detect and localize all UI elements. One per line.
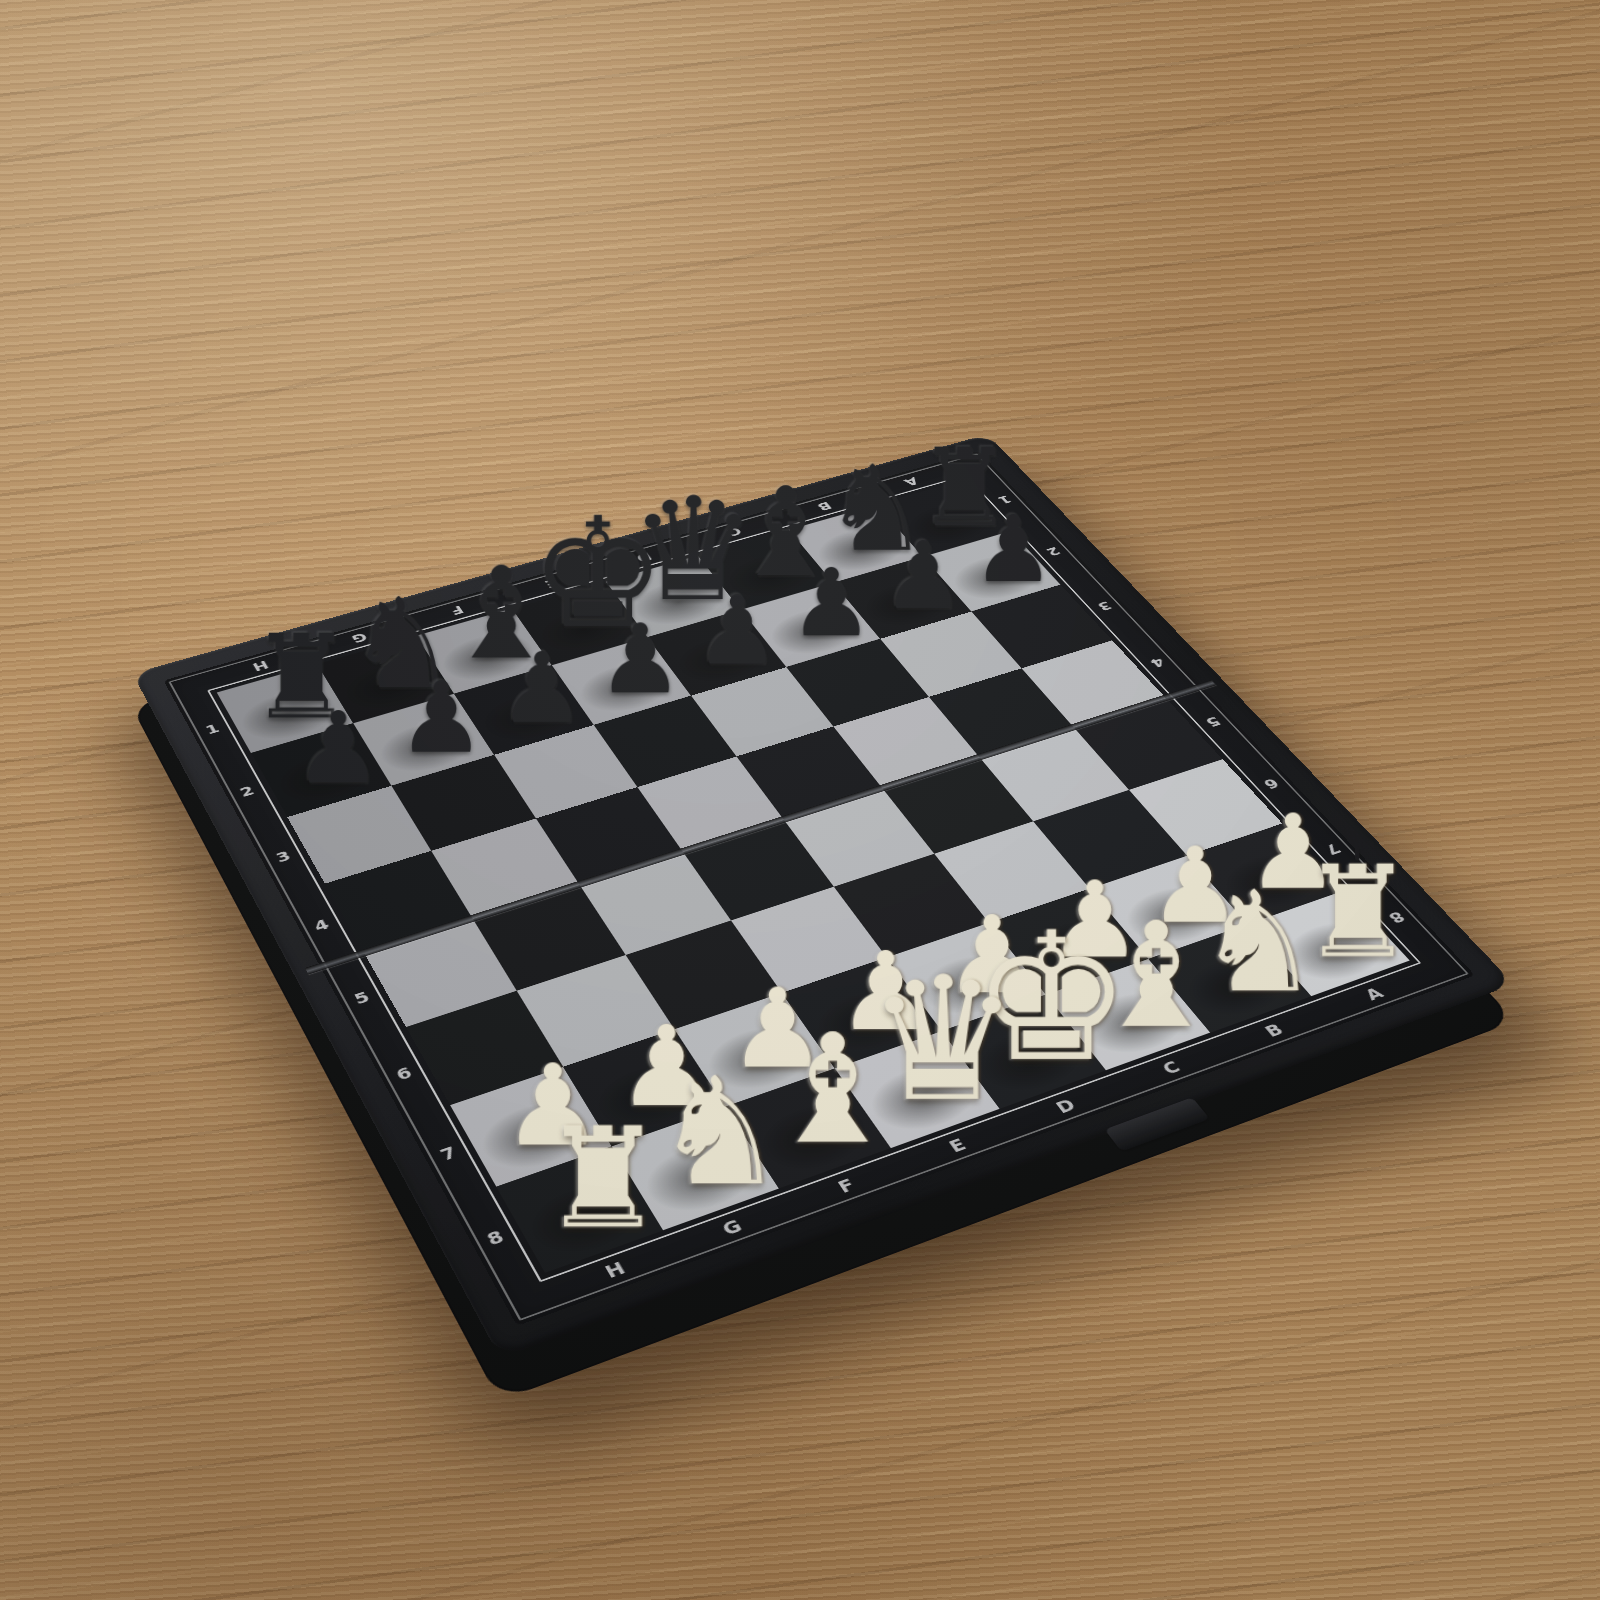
rank-label-3: 3	[253, 820, 315, 895]
black-pawn-E2[interactable]: ♟	[598, 612, 684, 708]
black-pawn-H2[interactable]: ♟	[294, 699, 383, 798]
board-perspective-wrap: HGFEDCBA HGFEDCBA 12345678 12345678 ♜♞♝♚…	[269, 305, 1299, 1335]
broken-pin-detail	[1355, 833, 1359, 860]
rank-label-5: 5	[329, 957, 396, 1039]
black-pawn-D2[interactable]: ♟	[695, 584, 780, 679]
black-pawn-F2[interactable]: ♟	[499, 640, 586, 737]
white-knight-G8[interactable]: ♞	[653, 1057, 786, 1205]
black-pawn-C2[interactable]: ♟	[789, 557, 873, 651]
product-photo-scene: HGFEDCBA HGFEDCBA 12345678 12345678 ♜♞♝♚…	[0, 0, 1600, 1600]
white-rook-H8[interactable]: ♜	[540, 1109, 664, 1248]
black-pawn-B2[interactable]: ♟	[882, 530, 965, 623]
chess-board-grid: ♜♞♝♚♛♝♞♜♟♟♟♟♟♟♟♟♟♟♟♟♟♟♟♟♜♞♝♛♚♝♞♜	[217, 480, 1410, 1273]
board-sticker: HGFEDCBA HGFEDCBA 12345678 12345678 ♜♞♝♚…	[164, 451, 1476, 1326]
black-pawn-G2[interactable]: ♟	[397, 669, 485, 767]
